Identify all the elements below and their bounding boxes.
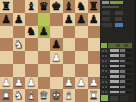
piece-white-king: ♚ [51, 90, 61, 101]
row-end-box [126, 59, 132, 62]
winrate-bar [110, 60, 119, 63]
square-g3[interactable] [75, 64, 88, 77]
square-d1[interactable]: ♛ [38, 89, 51, 102]
square-a6[interactable] [0, 26, 13, 39]
winrate-bar [110, 49, 119, 52]
square-h8[interactable]: ♜ [88, 0, 101, 13]
piece-black-rook: ♜ [1, 1, 11, 12]
sidebar-subtitle-text [102, 6, 119, 8]
piece-white-pawn: ♟ [64, 77, 74, 88]
row-end-box [126, 70, 132, 73]
square-a7[interactable]: ♟ [0, 13, 13, 26]
piece-black-pawn: ♟ [64, 14, 74, 25]
row-end-box [126, 85, 132, 88]
square-a2[interactable]: ♟ [0, 77, 13, 90]
piece-black-pawn: ♟ [76, 14, 86, 25]
piece-black-pawn: ♟ [51, 39, 61, 50]
row-move-label [105, 70, 107, 72]
piece-black-king: ♚ [51, 1, 61, 12]
square-e4[interactable]: ♟ [50, 51, 63, 64]
piece-black-pawn: ♟ [39, 26, 49, 37]
row-move-label [105, 86, 107, 88]
row-end-box [126, 80, 132, 83]
square-c2[interactable]: ♟ [25, 77, 38, 90]
winrate-bar [110, 86, 119, 89]
info-row-label-1 [102, 11, 110, 15]
square-f3[interactable] [63, 64, 76, 77]
winrate-bar [110, 91, 119, 94]
square-g5[interactable] [75, 38, 88, 51]
square-e5[interactable]: ♟ [50, 38, 63, 51]
square-c3[interactable] [25, 64, 38, 77]
row-move-label [105, 91, 107, 93]
square-d6[interactable]: ♟ [38, 26, 51, 39]
square-g6[interactable] [75, 26, 88, 39]
square-f1[interactable]: ♝ [63, 89, 76, 102]
square-c8[interactable]: ♝ [25, 0, 38, 13]
square-d5[interactable] [38, 38, 51, 51]
winrate-bar [110, 65, 119, 68]
row-move-label [102, 91, 104, 93]
square-h2[interactable]: ♟ [88, 77, 101, 90]
square-f4[interactable] [63, 51, 76, 64]
piece-black-bishop: ♝ [26, 1, 36, 12]
piece-white-bishop: ♝ [64, 90, 74, 101]
square-g8[interactable]: ♞ [75, 0, 88, 13]
piece-white-knight: ♞ [14, 90, 24, 101]
square-b5[interactable]: ♞ [13, 38, 26, 51]
square-h6[interactable] [88, 26, 101, 39]
explorer-header-notch-1 [116, 44, 120, 47]
row-end-box [126, 75, 132, 78]
square-d4[interactable] [38, 51, 51, 64]
square-b1[interactable]: ♞ [13, 89, 26, 102]
square-a8[interactable]: ♜ [0, 0, 13, 13]
piece-black-knight: ♞ [76, 1, 86, 12]
row-move-label [102, 86, 104, 88]
square-g1[interactable] [75, 89, 88, 102]
info-row-value-1[interactable] [115, 11, 123, 15]
row-count-label [120, 49, 125, 52]
footer-box-1[interactable] [110, 96, 118, 101]
square-c7[interactable] [25, 13, 38, 26]
piece-white-knight: ♞ [14, 39, 24, 50]
piece-white-bishop: ♝ [26, 90, 36, 101]
row-move-label [102, 50, 104, 52]
square-e7[interactable] [50, 13, 63, 26]
row-move-label [102, 55, 104, 57]
winrate-bar [110, 80, 119, 83]
square-d7[interactable] [38, 13, 51, 26]
square-g7[interactable]: ♟ [75, 13, 88, 26]
green-action-button[interactable] [101, 95, 108, 101]
square-c6[interactable]: ♞ [25, 26, 38, 39]
square-c5[interactable] [25, 38, 38, 51]
row-move-label [105, 81, 107, 83]
square-e3[interactable] [50, 64, 63, 77]
piece-white-pawn: ♟ [1, 77, 11, 88]
winrate-bar [110, 70, 119, 73]
info-row-label-2 [102, 17, 110, 21]
row-move-label [105, 65, 107, 67]
square-b6[interactable] [13, 26, 26, 39]
row-count-label [120, 70, 125, 73]
piece-white-pawn: ♟ [89, 77, 99, 88]
piece-white-pawn: ♟ [76, 77, 86, 88]
row-move-label [105, 50, 107, 52]
row-end-box [126, 65, 132, 68]
piece-white-pawn: ♟ [26, 77, 36, 88]
square-d8[interactable]: ♛ [38, 0, 51, 13]
square-e6[interactable] [50, 26, 63, 39]
row-move-label [102, 76, 104, 78]
row-count-label [120, 54, 125, 57]
square-f7[interactable]: ♟ [63, 13, 76, 26]
piece-white-pawn: ♟ [14, 77, 24, 88]
square-g4[interactable] [75, 51, 88, 64]
row-move-label [105, 60, 107, 62]
square-b3[interactable] [13, 64, 26, 77]
row-count-label [120, 60, 125, 63]
row-end-box [126, 49, 132, 52]
square-f6[interactable] [63, 26, 76, 39]
square-e2[interactable] [50, 77, 63, 90]
square-a4[interactable] [0, 51, 13, 64]
piece-white-queen: ♛ [39, 90, 49, 101]
square-b2[interactable]: ♟ [13, 77, 26, 90]
square-c1[interactable]: ♝ [25, 89, 38, 102]
info-row-label-3 [102, 23, 112, 27]
square-a1[interactable]: ♜ [0, 89, 13, 102]
square-h5[interactable] [88, 38, 101, 51]
piece-white-rook: ♜ [89, 90, 99, 101]
square-c4[interactable] [25, 51, 38, 64]
square-g2[interactable]: ♟ [75, 77, 88, 90]
square-h4[interactable] [88, 51, 101, 64]
row-count-label [120, 80, 125, 83]
sidebar-header-text [102, 1, 109, 4]
square-b4[interactable] [13, 51, 26, 64]
square-e8[interactable]: ♚ [50, 0, 63, 13]
row-end-box [126, 54, 132, 57]
row-count-label [120, 91, 125, 94]
chess-app-window: ♜♝♛♚♝♞♜♟♟♟♟♟♞♟♞♟♟♟♟♟♟♟♟♜♞♝♛♚♝♜ [0, 0, 136, 102]
piece-black-knight: ♞ [26, 26, 36, 37]
piece-black-bishop: ♝ [64, 1, 74, 12]
square-f5[interactable] [63, 38, 76, 51]
square-a3[interactable] [0, 64, 13, 77]
square-d3[interactable] [38, 64, 51, 77]
piece-white-rook: ♜ [1, 90, 11, 101]
row-move-label [102, 81, 104, 83]
square-h3[interactable] [88, 64, 101, 77]
square-b7[interactable]: ♟ [13, 13, 26, 26]
explorer-row[interactable] [100, 90, 132, 95]
square-a5[interactable] [0, 38, 13, 51]
square-f8[interactable]: ♝ [63, 0, 76, 13]
piece-black-rook: ♜ [89, 1, 99, 12]
square-f2[interactable]: ♟ [63, 77, 76, 90]
row-count-label [120, 75, 125, 78]
piece-black-pawn: ♟ [14, 14, 24, 25]
piece-black-queen: ♛ [39, 1, 49, 12]
info-row-value-2[interactable] [115, 17, 122, 21]
row-end-box [126, 91, 132, 94]
square-d2[interactable] [38, 77, 51, 90]
row-count-label [120, 86, 125, 89]
row-move-label [102, 65, 104, 67]
explorer-header-notch-2 [124, 44, 128, 47]
row-move-label [102, 70, 104, 72]
row-move-label [102, 60, 104, 62]
row-move-label [105, 76, 107, 78]
row-count-label [120, 65, 125, 68]
sidebar-header-accent-text [110, 1, 123, 4]
winrate-bar [110, 54, 119, 57]
square-h1[interactable]: ♜ [88, 89, 101, 102]
row-move-label [105, 55, 107, 57]
info-row-value-3[interactable] [115, 23, 123, 27]
piece-black-pawn: ♟ [1, 14, 11, 25]
square-b8[interactable] [13, 0, 26, 13]
piece-black-pawn: ♟ [89, 14, 99, 25]
winrate-bar [110, 75, 119, 78]
square-e1[interactable]: ♚ [50, 89, 63, 102]
analysis-sidebar [100, 0, 136, 102]
chess-board[interactable]: ♜♝♛♚♝♞♜♟♟♟♟♟♞♟♞♟♟♟♟♟♟♟♟♜♞♝♛♚♝♜ [0, 0, 100, 102]
square-h7[interactable]: ♟ [88, 13, 101, 26]
footer-box-2[interactable] [120, 96, 128, 101]
piece-white-pawn: ♟ [51, 52, 61, 63]
